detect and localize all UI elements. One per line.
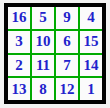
cell-r2c2: 10 xyxy=(32,31,54,53)
cell-r3c2: 11 xyxy=(32,55,54,77)
cell-r4c4: 1 xyxy=(80,78,102,100)
magic-square-board: 16 5 9 4 3 10 6 15 2 11 7 14 13 8 12 1 xyxy=(4,3,106,104)
cell-r1c1: 16 xyxy=(8,7,30,29)
cell-r3c4: 14 xyxy=(80,55,102,77)
magic-square-grid: 16 5 9 4 3 10 6 15 2 11 7 14 13 8 12 1 xyxy=(4,3,106,104)
cell-r1c3: 9 xyxy=(56,7,78,29)
cell-r2c3: 6 xyxy=(56,31,78,53)
cell-r1c2: 5 xyxy=(32,7,54,29)
cell-r4c3: 12 xyxy=(56,78,78,100)
cell-r4c2: 8 xyxy=(32,78,54,100)
cell-r3c3: 7 xyxy=(56,55,78,77)
cell-r3c1: 2 xyxy=(8,55,30,77)
cell-r2c4: 15 xyxy=(80,31,102,53)
cell-r2c1: 3 xyxy=(8,31,30,53)
cell-r1c4: 4 xyxy=(80,7,102,29)
cell-r4c1: 13 xyxy=(8,78,30,100)
